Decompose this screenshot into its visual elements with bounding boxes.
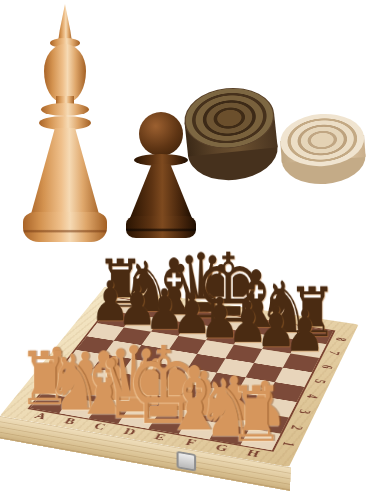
piece-white-rook[interactable]: ♜ [229,383,284,448]
rank-label-3: 3 [286,403,322,420]
square-h1[interactable]: ♜ [241,428,281,450]
pawn-head [139,112,183,156]
king-collar-ring [39,116,91,130]
king-body [29,128,101,216]
king-finial [58,4,72,42]
product-photo-scene: ♜♞♝♛♚♝♞♜♟♟♟♟♟♟♟♟♟♟♟♟♟♟♟♟♜♞♝♛♚♝♞♜ ABCDEFG… [0,0,375,500]
king-head [44,44,86,102]
piece-black-pawn[interactable]: ♟ [284,307,325,356]
metal-clasp [176,451,196,472]
chessboard: ♜♞♝♛♚♝♞♜♟♟♟♟♟♟♟♟♟♟♟♟♟♟♟♟♜♞♝♛♚♝♞♜ ABCDEFG… [46,226,330,500]
king-collar-ring [41,103,89,116]
pawn-body [130,164,192,218]
light-checker-piece [279,111,368,189]
board-frame: ♜♞♝♛♚♝♞♜♟♟♟♟♟♟♟♟♟♟♟♟♟♟♟♟♜♞♝♛♚♝♞♜ ABCDEFG… [0,286,359,467]
white-king-piece [14,4,116,244]
dark-checker-piece [181,84,280,185]
square-h7[interactable]: ♟ [291,340,327,358]
